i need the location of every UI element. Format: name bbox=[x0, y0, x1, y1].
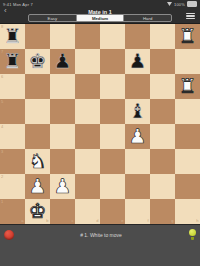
square-h4[interactable] bbox=[175, 124, 200, 149]
rank-label: 5 bbox=[1, 100, 3, 104]
square-b4[interactable] bbox=[25, 124, 50, 149]
square-f4[interactable]: ♟ bbox=[125, 124, 150, 149]
square-d6[interactable] bbox=[75, 74, 100, 99]
square-h3[interactable] bbox=[175, 149, 200, 174]
wifi-icon bbox=[167, 2, 172, 6]
square-f2[interactable] bbox=[125, 174, 150, 199]
rank-label: 6 bbox=[1, 75, 3, 79]
square-b3[interactable]: ♞ bbox=[25, 149, 50, 174]
rank-label: 2 bbox=[1, 175, 3, 179]
hint-lightbulb-icon[interactable] bbox=[188, 229, 196, 240]
square-h1[interactable]: h bbox=[175, 199, 200, 224]
square-h2[interactable] bbox=[175, 174, 200, 199]
app-screen: 9:41 Mon Apr 7 100% ‹ Mate in 1 EasyMedi… bbox=[0, 0, 200, 266]
puzzle-caption: # 1. White to move bbox=[14, 232, 188, 238]
square-a6[interactable]: 6 bbox=[0, 74, 25, 99]
square-d3[interactable] bbox=[75, 149, 100, 174]
square-e5[interactable] bbox=[100, 99, 125, 124]
square-d5[interactable] bbox=[75, 99, 100, 124]
square-b2[interactable]: ♟ bbox=[25, 174, 50, 199]
square-f3[interactable] bbox=[125, 149, 150, 174]
square-f6[interactable] bbox=[125, 74, 150, 99]
piece-black-rook[interactable]: ♜ bbox=[0, 24, 25, 49]
square-a5[interactable]: 5 bbox=[0, 99, 25, 124]
rank-label: 1 bbox=[1, 200, 3, 204]
square-g5[interactable] bbox=[150, 99, 175, 124]
piece-white-knight[interactable]: ♞ bbox=[25, 149, 50, 174]
square-d7[interactable] bbox=[75, 49, 100, 74]
square-h7[interactable] bbox=[175, 49, 200, 74]
file-label: h bbox=[196, 219, 198, 223]
rank-label: 4 bbox=[1, 125, 3, 129]
file-label: d bbox=[96, 219, 98, 223]
square-e3[interactable] bbox=[100, 149, 125, 174]
piece-black-king[interactable]: ♚ bbox=[25, 49, 50, 74]
menu-icon[interactable] bbox=[186, 13, 195, 19]
bottom-bar: # 1. White to move bbox=[0, 224, 200, 266]
square-e6[interactable] bbox=[100, 74, 125, 99]
status-bar: 9:41 Mon Apr 7 100% bbox=[0, 0, 200, 8]
battery-percent: 100% bbox=[174, 2, 185, 7]
square-a1[interactable]: 1a bbox=[0, 199, 25, 224]
square-d1[interactable]: d bbox=[75, 199, 100, 224]
square-g1[interactable]: g bbox=[150, 199, 175, 224]
square-c6[interactable] bbox=[50, 74, 75, 99]
square-a8[interactable]: 8♜ bbox=[0, 24, 25, 49]
tab-easy[interactable]: Easy bbox=[29, 15, 77, 21]
square-g3[interactable] bbox=[150, 149, 175, 174]
file-label: f bbox=[147, 219, 148, 223]
piece-white-rook[interactable]: ♜ bbox=[175, 74, 200, 99]
tab-hard[interactable]: Hard bbox=[124, 15, 171, 21]
square-g8[interactable] bbox=[150, 24, 175, 49]
square-b8[interactable] bbox=[25, 24, 50, 49]
piece-white-pawn[interactable]: ♟ bbox=[25, 174, 50, 199]
square-b1[interactable]: b♚ bbox=[25, 199, 50, 224]
tab-medium[interactable]: Medium bbox=[77, 15, 125, 21]
file-label: a bbox=[21, 219, 23, 223]
rank-label: 3 bbox=[1, 150, 3, 154]
square-h6[interactable]: ♜ bbox=[175, 74, 200, 99]
piece-black-rook[interactable]: ♜ bbox=[0, 49, 25, 74]
square-a3[interactable]: 3 bbox=[0, 149, 25, 174]
piece-black-pawn[interactable]: ♟ bbox=[125, 49, 150, 74]
piece-black-pawn[interactable]: ♟ bbox=[50, 49, 75, 74]
square-f7[interactable]: ♟ bbox=[125, 49, 150, 74]
square-c4[interactable] bbox=[50, 124, 75, 149]
square-c2[interactable]: ♟ bbox=[50, 174, 75, 199]
square-d8[interactable] bbox=[75, 24, 100, 49]
square-a7[interactable]: 7♜ bbox=[0, 49, 25, 74]
square-f5[interactable]: ♝ bbox=[125, 99, 150, 124]
square-a2[interactable]: 2 bbox=[0, 174, 25, 199]
status-time: 9:41 Mon Apr 7 bbox=[3, 2, 33, 7]
square-f1[interactable]: f bbox=[125, 199, 150, 224]
piece-white-king[interactable]: ♚ bbox=[25, 199, 50, 224]
piece-black-bishop[interactable]: ♝ bbox=[125, 99, 150, 124]
square-e4[interactable] bbox=[100, 124, 125, 149]
back-button[interactable]: ‹ bbox=[4, 7, 7, 15]
square-h5[interactable] bbox=[175, 99, 200, 124]
square-e1[interactable]: e bbox=[100, 199, 125, 224]
square-c8[interactable] bbox=[50, 24, 75, 49]
wrong-indicator-icon[interactable] bbox=[4, 230, 14, 240]
square-e7[interactable] bbox=[100, 49, 125, 74]
square-c1[interactable]: c bbox=[50, 199, 75, 224]
square-g6[interactable] bbox=[150, 74, 175, 99]
battery-icon bbox=[187, 1, 197, 7]
square-c5[interactable] bbox=[50, 99, 75, 124]
square-a4[interactable]: 4 bbox=[0, 124, 25, 149]
square-b5[interactable] bbox=[25, 99, 50, 124]
square-h8[interactable]: ♜ bbox=[175, 24, 200, 49]
square-g4[interactable] bbox=[150, 124, 175, 149]
file-label: g bbox=[171, 219, 173, 223]
piece-white-pawn[interactable]: ♟ bbox=[50, 174, 75, 199]
square-f8[interactable] bbox=[125, 24, 150, 49]
square-b7[interactable]: ♚ bbox=[25, 49, 50, 74]
square-g7[interactable] bbox=[150, 49, 175, 74]
chess-board: 8♜♜7♜♚♟♟6♜5♝4♟3♞2♟♟1ab♚cdefgh bbox=[0, 23, 200, 224]
square-b6[interactable] bbox=[25, 74, 50, 99]
difficulty-tabs: EasyMediumHard bbox=[28, 14, 172, 22]
square-d4[interactable] bbox=[75, 124, 100, 149]
square-d2[interactable] bbox=[75, 174, 100, 199]
square-e2[interactable] bbox=[100, 174, 125, 199]
square-c3[interactable] bbox=[50, 149, 75, 174]
square-e8[interactable] bbox=[100, 24, 125, 49]
file-label: c bbox=[72, 219, 74, 223]
square-g2[interactable] bbox=[150, 174, 175, 199]
file-label: e bbox=[121, 219, 123, 223]
piece-white-pawn[interactable]: ♟ bbox=[125, 124, 150, 149]
square-c7[interactable]: ♟ bbox=[50, 49, 75, 74]
piece-white-rook[interactable]: ♜ bbox=[175, 24, 200, 49]
